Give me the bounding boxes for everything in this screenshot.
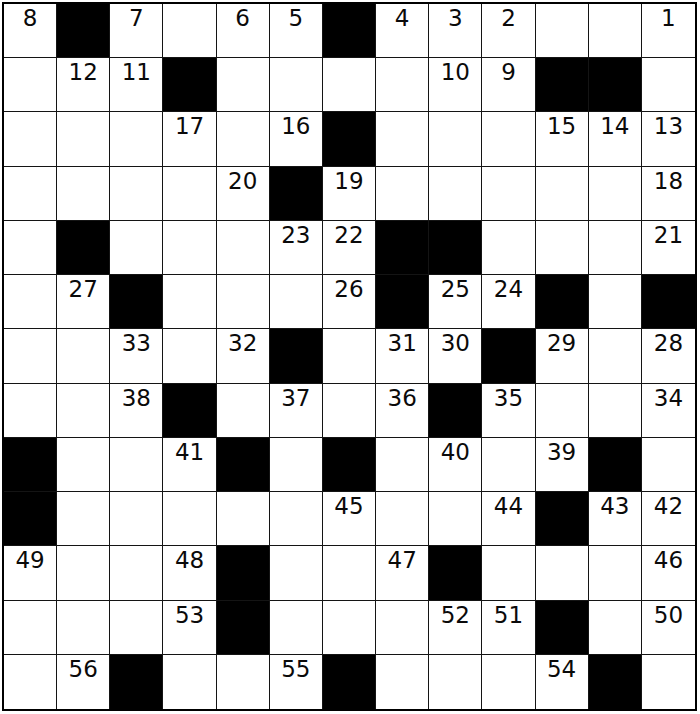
cell-r1c3[interactable]: 7 [110, 4, 163, 58]
cell-r5c7[interactable]: 22 [323, 221, 376, 275]
clue-number-21: 21 [654, 221, 683, 248]
block-cell-r11c5 [217, 546, 270, 600]
cell-r10c13[interactable]: 42 [642, 492, 695, 546]
clue-number-41: 41 [175, 438, 204, 465]
cell-r13c9[interactable] [429, 655, 482, 709]
clue-number-26: 26 [334, 275, 363, 302]
block-cell-r2c4 [163, 58, 216, 112]
cell-r10c7[interactable]: 45 [323, 492, 376, 546]
cell-r13c13[interactable] [642, 655, 695, 709]
clue-number-50: 50 [654, 601, 683, 628]
block-cell-r13c3 [110, 655, 163, 709]
cell-r1c1[interactable]: 8 [4, 4, 57, 58]
clue-number-49: 49 [15, 546, 44, 573]
cell-r9c6[interactable] [270, 438, 323, 492]
block-cell-r11c9 [429, 546, 482, 600]
block-cell-r9c1 [4, 438, 57, 492]
block-cell-r6c3 [110, 275, 163, 329]
cell-r3c13[interactable]: 13 [642, 112, 695, 166]
clue-number-35: 35 [494, 384, 523, 411]
cell-r1c8[interactable]: 4 [376, 4, 429, 58]
cell-r8c7[interactable] [323, 384, 376, 438]
cell-r6c12[interactable] [589, 275, 642, 329]
clue-number-33: 33 [122, 329, 151, 356]
clue-number-3: 3 [448, 4, 463, 31]
cell-r4c13[interactable]: 18 [642, 167, 695, 221]
clue-number-5: 5 [289, 4, 304, 31]
cell-r12c9[interactable]: 52 [429, 601, 482, 655]
cell-r3c1[interactable] [4, 112, 57, 166]
cell-r2c7[interactable] [323, 58, 376, 112]
clue-number-54: 54 [547, 655, 576, 682]
cell-r1c10[interactable]: 2 [482, 4, 535, 58]
clue-number-30: 30 [441, 329, 470, 356]
clue-number-40: 40 [441, 438, 470, 465]
cell-r1c13[interactable]: 1 [642, 4, 695, 58]
cell-r2c5[interactable] [217, 58, 270, 112]
block-cell-r6c11 [536, 275, 589, 329]
cell-r6c9[interactable]: 25 [429, 275, 482, 329]
cell-r1c6[interactable]: 5 [270, 4, 323, 58]
cell-r6c1[interactable] [4, 275, 57, 329]
cell-r7c13[interactable]: 28 [642, 329, 695, 383]
cell-r12c12[interactable] [589, 601, 642, 655]
cell-r4c5[interactable]: 20 [217, 167, 270, 221]
block-cell-r10c1 [4, 492, 57, 546]
cell-r13c4[interactable] [163, 655, 216, 709]
cell-r2c1[interactable] [4, 58, 57, 112]
cell-r3c4[interactable]: 17 [163, 112, 216, 166]
clue-number-32: 32 [228, 329, 257, 356]
cell-r6c6[interactable] [270, 275, 323, 329]
cell-r8c12[interactable] [589, 384, 642, 438]
cell-r1c9[interactable]: 3 [429, 4, 482, 58]
cell-r12c7[interactable] [323, 601, 376, 655]
clue-number-20: 20 [228, 167, 257, 194]
cell-r10c5[interactable] [217, 492, 270, 546]
cell-r5c11[interactable] [536, 221, 589, 275]
clue-number-48: 48 [175, 546, 204, 573]
clue-number-42: 42 [654, 492, 683, 519]
clue-number-39: 39 [547, 438, 576, 465]
clue-number-45: 45 [334, 492, 363, 519]
cell-r11c4[interactable]: 48 [163, 546, 216, 600]
cell-r11c11[interactable] [536, 546, 589, 600]
cell-r7c2[interactable] [57, 329, 110, 383]
clue-number-15: 15 [547, 112, 576, 139]
cell-r1c11[interactable] [536, 4, 589, 58]
cell-r5c10[interactable] [482, 221, 535, 275]
cell-r3c12[interactable]: 14 [589, 112, 642, 166]
cell-r9c9[interactable]: 40 [429, 438, 482, 492]
clue-number-16: 16 [281, 112, 310, 139]
cell-r12c2[interactable] [57, 601, 110, 655]
cell-r4c4[interactable] [163, 167, 216, 221]
cell-r12c4[interactable]: 53 [163, 601, 216, 655]
block-cell-r8c4 [163, 384, 216, 438]
block-cell-r12c11 [536, 601, 589, 655]
block-cell-r9c12 [589, 438, 642, 492]
crossword-grid: 8765432112111091716151413201918232221272… [2, 2, 697, 711]
clue-number-55: 55 [281, 655, 310, 682]
clue-number-8: 8 [23, 4, 38, 31]
clue-number-29: 29 [547, 329, 576, 356]
clue-number-11: 11 [122, 58, 151, 85]
block-cell-r6c8 [376, 275, 429, 329]
cell-r11c8[interactable]: 47 [376, 546, 429, 600]
cell-r13c8[interactable] [376, 655, 429, 709]
clue-number-9: 9 [501, 58, 516, 85]
cell-r7c12[interactable] [589, 329, 642, 383]
cell-r11c10[interactable] [482, 546, 535, 600]
cell-r5c5[interactable] [217, 221, 270, 275]
cell-r10c10[interactable]: 44 [482, 492, 535, 546]
cell-r11c12[interactable] [589, 546, 642, 600]
cell-r7c11[interactable]: 29 [536, 329, 589, 383]
clue-number-7: 7 [129, 4, 144, 31]
clue-number-37: 37 [281, 384, 310, 411]
clue-number-43: 43 [600, 492, 629, 519]
cell-r12c3[interactable] [110, 601, 163, 655]
clue-number-52: 52 [441, 601, 470, 628]
clue-number-56: 56 [69, 655, 98, 682]
cell-r9c13[interactable] [642, 438, 695, 492]
cell-r6c4[interactable] [163, 275, 216, 329]
cell-r9c4[interactable]: 41 [163, 438, 216, 492]
block-cell-r1c7 [323, 4, 376, 58]
cell-r12c1[interactable] [4, 601, 57, 655]
cell-r3c5[interactable] [217, 112, 270, 166]
cell-r5c6[interactable]: 23 [270, 221, 323, 275]
clue-number-44: 44 [494, 492, 523, 519]
block-cell-r8c9 [429, 384, 482, 438]
cell-r4c10[interactable] [482, 167, 535, 221]
cell-r7c9[interactable]: 30 [429, 329, 482, 383]
cell-r7c5[interactable]: 32 [217, 329, 270, 383]
clue-number-25: 25 [441, 275, 470, 302]
cell-r9c3[interactable] [110, 438, 163, 492]
cell-r9c8[interactable] [376, 438, 429, 492]
block-cell-r2c12 [589, 58, 642, 112]
clue-number-4: 4 [395, 4, 410, 31]
cell-r2c10[interactable]: 9 [482, 58, 535, 112]
cell-r10c6[interactable] [270, 492, 323, 546]
cell-r4c7[interactable]: 19 [323, 167, 376, 221]
cell-r8c11[interactable] [536, 384, 589, 438]
clue-number-12: 12 [69, 58, 98, 85]
block-cell-r10c11 [536, 492, 589, 546]
cell-r11c1[interactable]: 49 [4, 546, 57, 600]
cell-r9c10[interactable] [482, 438, 535, 492]
cell-r3c11[interactable]: 15 [536, 112, 589, 166]
cell-r4c2[interactable] [57, 167, 110, 221]
block-cell-r5c2 [57, 221, 110, 275]
cell-r12c13[interactable]: 50 [642, 601, 695, 655]
page: 8765432112111091716151413201918232221272… [0, 0, 700, 714]
cell-r3c6[interactable]: 16 [270, 112, 323, 166]
cell-r10c9[interactable] [429, 492, 482, 546]
cell-r13c10[interactable] [482, 655, 535, 709]
cell-r11c6[interactable] [270, 546, 323, 600]
cell-r11c13[interactable]: 46 [642, 546, 695, 600]
cell-r9c11[interactable]: 39 [536, 438, 589, 492]
block-cell-r7c10 [482, 329, 535, 383]
cell-r13c1[interactable] [4, 655, 57, 709]
cell-r1c5[interactable]: 6 [217, 4, 270, 58]
cell-r3c3[interactable] [110, 112, 163, 166]
clue-number-22: 22 [334, 221, 363, 248]
block-cell-r3c7 [323, 112, 376, 166]
cell-r11c7[interactable] [323, 546, 376, 600]
cell-r7c8[interactable]: 31 [376, 329, 429, 383]
cell-r8c6[interactable]: 37 [270, 384, 323, 438]
clue-number-53: 53 [175, 601, 204, 628]
block-cell-r13c12 [589, 655, 642, 709]
cell-r9c2[interactable] [57, 438, 110, 492]
clue-number-6: 6 [235, 4, 250, 31]
block-cell-r4c6 [270, 167, 323, 221]
cell-r8c8[interactable]: 36 [376, 384, 429, 438]
cell-r8c13[interactable]: 34 [642, 384, 695, 438]
cell-r10c3[interactable] [110, 492, 163, 546]
cell-r6c10[interactable]: 24 [482, 275, 535, 329]
clue-number-17: 17 [175, 112, 204, 139]
cell-r13c2[interactable]: 56 [57, 655, 110, 709]
cell-r2c9[interactable]: 10 [429, 58, 482, 112]
cell-r13c11[interactable]: 54 [536, 655, 589, 709]
cell-r12c10[interactable]: 51 [482, 601, 535, 655]
block-cell-r1c2 [57, 4, 110, 58]
block-cell-r9c7 [323, 438, 376, 492]
clue-number-19: 19 [334, 167, 363, 194]
cell-r7c3[interactable]: 33 [110, 329, 163, 383]
cell-r8c2[interactable] [57, 384, 110, 438]
clue-number-51: 51 [494, 601, 523, 628]
block-cell-r5c8 [376, 221, 429, 275]
cell-r7c4[interactable] [163, 329, 216, 383]
cell-r10c2[interactable] [57, 492, 110, 546]
clue-number-47: 47 [388, 546, 417, 573]
cell-r8c5[interactable] [217, 384, 270, 438]
clue-number-34: 34 [654, 384, 683, 411]
cell-r12c6[interactable] [270, 601, 323, 655]
cell-r11c2[interactable] [57, 546, 110, 600]
cell-r2c13[interactable] [642, 58, 695, 112]
cell-r4c12[interactable] [589, 167, 642, 221]
cell-r13c5[interactable] [217, 655, 270, 709]
clue-number-38: 38 [122, 384, 151, 411]
cell-r6c2[interactable]: 27 [57, 275, 110, 329]
clue-number-13: 13 [654, 112, 683, 139]
clue-number-27: 27 [69, 275, 98, 302]
cell-r1c12[interactable] [589, 4, 642, 58]
cell-r8c1[interactable] [4, 384, 57, 438]
cell-r1c4[interactable] [163, 4, 216, 58]
block-cell-r5c9 [429, 221, 482, 275]
cell-r5c12[interactable] [589, 221, 642, 275]
clue-number-24: 24 [494, 275, 523, 302]
cell-r5c3[interactable] [110, 221, 163, 275]
cell-r12c8[interactable] [376, 601, 429, 655]
clue-number-31: 31 [388, 329, 417, 356]
clue-number-18: 18 [654, 167, 683, 194]
block-cell-r7c6 [270, 329, 323, 383]
cell-r6c5[interactable] [217, 275, 270, 329]
clue-number-28: 28 [654, 329, 683, 356]
cell-r8c10[interactable]: 35 [482, 384, 535, 438]
cell-r3c10[interactable] [482, 112, 535, 166]
cell-r10c4[interactable] [163, 492, 216, 546]
cell-r10c8[interactable] [376, 492, 429, 546]
block-cell-r2c11 [536, 58, 589, 112]
cell-r4c3[interactable] [110, 167, 163, 221]
clue-number-1: 1 [661, 4, 676, 31]
cell-r8c3[interactable]: 38 [110, 384, 163, 438]
block-cell-r9c5 [217, 438, 270, 492]
block-cell-r13c7 [323, 655, 376, 709]
cell-r4c11[interactable] [536, 167, 589, 221]
cell-r13c6[interactable]: 55 [270, 655, 323, 709]
cell-r7c7[interactable] [323, 329, 376, 383]
cell-r4c9[interactable] [429, 167, 482, 221]
cell-r4c1[interactable] [4, 167, 57, 221]
cell-r2c8[interactable] [376, 58, 429, 112]
clue-number-23: 23 [281, 221, 310, 248]
clue-number-2: 2 [501, 4, 516, 31]
cell-r5c4[interactable] [163, 221, 216, 275]
cell-r10c12[interactable]: 43 [589, 492, 642, 546]
clue-number-14: 14 [600, 112, 629, 139]
cell-r4c8[interactable] [376, 167, 429, 221]
cell-r2c6[interactable] [270, 58, 323, 112]
clue-number-46: 46 [654, 546, 683, 573]
cell-r2c3[interactable]: 11 [110, 58, 163, 112]
clue-number-36: 36 [388, 384, 417, 411]
cell-r6c7[interactable]: 26 [323, 275, 376, 329]
cell-r11c3[interactable] [110, 546, 163, 600]
cell-r3c2[interactable] [57, 112, 110, 166]
cell-r5c13[interactable]: 21 [642, 221, 695, 275]
cell-r2c2[interactable]: 12 [57, 58, 110, 112]
cell-r5c1[interactable] [4, 221, 57, 275]
clue-number-10: 10 [441, 58, 470, 85]
block-cell-r6c13 [642, 275, 695, 329]
cell-r7c1[interactable] [4, 329, 57, 383]
cell-r3c8[interactable] [376, 112, 429, 166]
block-cell-r12c5 [217, 601, 270, 655]
cell-r3c9[interactable] [429, 112, 482, 166]
